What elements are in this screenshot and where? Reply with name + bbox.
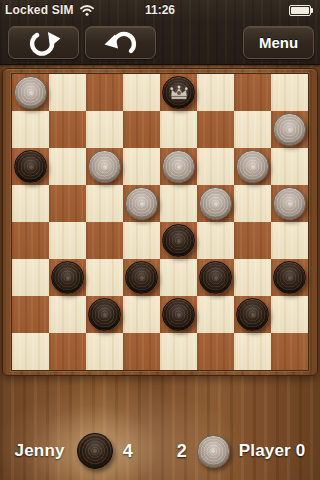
cell-2-7[interactable] [271, 148, 308, 185]
cell-3-5[interactable] [197, 185, 234, 222]
cell-4-0[interactable] [12, 222, 49, 259]
right-player-score: 2 [177, 441, 187, 462]
cell-3-7[interactable] [271, 185, 308, 222]
left-player-turn-glow [77, 433, 113, 469]
cell-1-5[interactable] [197, 111, 234, 148]
cell-5-7[interactable] [271, 259, 308, 296]
cell-7-5[interactable] [197, 333, 234, 370]
board-grid [12, 74, 308, 370]
cell-5-6[interactable] [234, 259, 271, 296]
checkers-app-screen: Locked SIM 11:26 [0, 0, 320, 480]
menu-button[interactable]: Menu [243, 26, 314, 59]
light-piece[interactable] [14, 76, 47, 109]
cell-5-3[interactable] [123, 259, 160, 296]
cell-4-2[interactable] [86, 222, 123, 259]
status-bar: Locked SIM 11:26 [0, 0, 320, 20]
battery-icon [289, 5, 311, 16]
cell-0-0[interactable] [12, 74, 49, 111]
light-piece[interactable] [199, 187, 232, 220]
checkers-board [2, 68, 318, 376]
cell-2-3[interactable] [123, 148, 160, 185]
cell-6-4[interactable] [160, 296, 197, 333]
cell-2-0[interactable] [12, 148, 49, 185]
cell-7-6[interactable] [234, 333, 271, 370]
light-piece[interactable] [236, 150, 269, 183]
undo-arrow-icon [101, 30, 141, 56]
cell-5-2[interactable] [86, 259, 123, 296]
right-player-piece-light [197, 435, 230, 468]
cell-3-4[interactable] [160, 185, 197, 222]
header-bar: Locked SIM 11:26 [0, 0, 320, 65]
dark-piece[interactable] [51, 261, 84, 294]
cell-5-4[interactable] [160, 259, 197, 296]
cell-5-0[interactable] [12, 259, 49, 296]
cell-4-4[interactable] [160, 222, 197, 259]
dark-piece[interactable] [236, 298, 269, 331]
cell-0-3[interactable] [123, 74, 160, 111]
cell-6-7[interactable] [271, 296, 308, 333]
clock: 11:26 [0, 3, 320, 17]
cell-1-6[interactable] [234, 111, 271, 148]
cell-3-2[interactable] [86, 185, 123, 222]
light-piece[interactable] [88, 150, 121, 183]
cell-1-2[interactable] [86, 111, 123, 148]
cell-2-2[interactable] [86, 148, 123, 185]
cell-2-4[interactable] [160, 148, 197, 185]
right-player-piece-wrap [197, 435, 230, 468]
light-piece[interactable] [273, 113, 306, 146]
king-crown-icon [169, 85, 189, 100]
undo-button[interactable] [85, 26, 156, 59]
menu-button-label: Menu [259, 34, 298, 51]
cell-4-6[interactable] [234, 222, 271, 259]
cell-2-6[interactable] [234, 148, 271, 185]
scoreboard: Jenny 4 2 Player 0 [0, 430, 320, 472]
cell-6-1[interactable] [49, 296, 86, 333]
cell-0-7[interactable] [271, 74, 308, 111]
cell-6-0[interactable] [12, 296, 49, 333]
cell-0-1[interactable] [49, 74, 86, 111]
right-player-name: Player 0 [239, 441, 306, 461]
cell-4-5[interactable] [197, 222, 234, 259]
toolbar: Menu [0, 20, 320, 64]
cell-0-5[interactable] [197, 74, 234, 111]
cell-0-2[interactable] [86, 74, 123, 111]
cell-7-4[interactable] [160, 333, 197, 370]
light-piece[interactable] [125, 187, 158, 220]
left-player-piece-dark [77, 433, 113, 469]
cell-0-4[interactable] [160, 74, 197, 111]
light-piece[interactable] [273, 187, 306, 220]
cell-7-0[interactable] [12, 333, 49, 370]
cell-3-1[interactable] [49, 185, 86, 222]
cell-4-1[interactable] [49, 222, 86, 259]
dark-piece[interactable] [162, 224, 195, 257]
cell-5-5[interactable] [197, 259, 234, 296]
dark-piece[interactable] [273, 261, 306, 294]
cell-6-6[interactable] [234, 296, 271, 333]
cell-7-3[interactable] [123, 333, 160, 370]
dark-piece[interactable] [162, 298, 195, 331]
redo-button[interactable] [8, 26, 79, 59]
cell-1-7[interactable] [271, 111, 308, 148]
cell-1-4[interactable] [160, 111, 197, 148]
dark-piece[interactable] [14, 150, 47, 183]
dark-piece[interactable] [88, 298, 121, 331]
light-piece[interactable] [162, 150, 195, 183]
cell-4-7[interactable] [271, 222, 308, 259]
cell-3-0[interactable] [12, 185, 49, 222]
cell-1-3[interactable] [123, 111, 160, 148]
cell-4-3[interactable] [123, 222, 160, 259]
dark-piece[interactable] [199, 261, 232, 294]
dark-king-piece[interactable] [162, 76, 195, 109]
cell-7-2[interactable] [86, 333, 123, 370]
cell-0-6[interactable] [234, 74, 271, 111]
dark-piece[interactable] [125, 261, 158, 294]
cell-5-1[interactable] [49, 259, 86, 296]
cell-3-6[interactable] [234, 185, 271, 222]
cell-1-1[interactable] [49, 111, 86, 148]
cell-7-1[interactable] [49, 333, 86, 370]
cell-1-0[interactable] [12, 111, 49, 148]
redo-arrow-icon [24, 30, 64, 56]
cell-2-5[interactable] [197, 148, 234, 185]
cell-6-2[interactable] [86, 296, 123, 333]
cell-6-5[interactable] [197, 296, 234, 333]
cell-2-1[interactable] [49, 148, 86, 185]
cell-3-3[interactable] [123, 185, 160, 222]
cell-7-7[interactable] [271, 333, 308, 370]
cell-6-3[interactable] [123, 296, 160, 333]
